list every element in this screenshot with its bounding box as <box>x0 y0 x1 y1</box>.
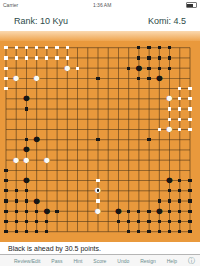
info-icon[interactable]: ⓘ <box>188 257 195 264</box>
board-point-10-5[interactable] <box>93 83 103 93</box>
board-point-14-10[interactable] <box>134 135 144 145</box>
board-point-8-12[interactable] <box>72 155 82 165</box>
board-point-9-3[interactable] <box>83 63 93 73</box>
board-point-4-5[interactable] <box>32 83 42 93</box>
board-point-6-5[interactable] <box>52 83 62 93</box>
board-point-17-4[interactable] <box>164 73 174 83</box>
board-point-15-13[interactable] <box>144 165 154 175</box>
board-point-18-9[interactable] <box>175 124 185 134</box>
board-point-1-8[interactable] <box>1 114 11 124</box>
board-point-16-10[interactable] <box>154 135 164 145</box>
board-point-14-19[interactable] <box>134 227 144 237</box>
board-point-2-16[interactable] <box>11 196 21 206</box>
board-point-1-5[interactable] <box>1 83 11 93</box>
board-point-5-19[interactable] <box>42 227 52 237</box>
board-point-11-19[interactable] <box>103 227 113 237</box>
board-point-9-13[interactable] <box>83 165 93 175</box>
board-point-10-18[interactable] <box>93 216 103 226</box>
board-point-15-14[interactable] <box>144 175 154 185</box>
board-point-3-7[interactable] <box>21 104 31 114</box>
board-point-19-8[interactable] <box>185 114 195 124</box>
board-point-7-18[interactable] <box>62 216 72 226</box>
board-point-4-1[interactable] <box>32 43 42 53</box>
board-point-14-6[interactable] <box>134 94 144 104</box>
board-point-3-14[interactable]: ● <box>21 175 31 185</box>
board-point-16-6[interactable] <box>154 94 164 104</box>
board-point-15-6[interactable] <box>144 94 154 104</box>
board-point-12-15[interactable] <box>113 186 123 196</box>
board-point-16-8[interactable] <box>154 114 164 124</box>
board-point-5-17[interactable]: ● <box>42 206 52 216</box>
board-point-4-13[interactable] <box>32 165 42 175</box>
board-point-16-18[interactable] <box>154 216 164 226</box>
board-point-8-5[interactable] <box>72 83 82 93</box>
board-point-6-9[interactable] <box>52 124 62 134</box>
board-point-2-12[interactable]: ● <box>11 155 21 165</box>
board-point-11-18[interactable] <box>103 216 113 226</box>
board-point-5-10[interactable] <box>42 135 52 145</box>
board-point-15-7[interactable] <box>144 104 154 114</box>
board-point-11-5[interactable] <box>103 83 113 93</box>
board-point-11-4[interactable] <box>103 73 113 83</box>
board-point-17-19[interactable] <box>164 227 174 237</box>
board-point-15-4[interactable] <box>144 73 154 83</box>
board-point-10-17[interactable]: ● <box>93 206 103 216</box>
board-point-13-16[interactable] <box>124 196 134 206</box>
board-point-9-9[interactable] <box>83 124 93 134</box>
board-point-3-6[interactable]: ● <box>21 94 31 104</box>
board-point-13-7[interactable] <box>124 104 134 114</box>
board-point-10-9[interactable] <box>93 124 103 134</box>
board-point-13-4[interactable] <box>124 73 134 83</box>
board-point-15-3[interactable] <box>144 63 154 73</box>
board-point-1-14[interactable] <box>1 175 11 185</box>
board-point-7-19[interactable] <box>62 227 72 237</box>
board-point-9-6[interactable] <box>83 94 93 104</box>
board-point-2-1[interactable] <box>11 43 21 53</box>
toolbar-button-score[interactable]: Score <box>93 258 106 264</box>
board-point-4-4[interactable]: ● <box>32 73 42 83</box>
board-point-1-3[interactable] <box>1 63 11 73</box>
board-point-18-15[interactable] <box>175 186 185 196</box>
board-point-8-8[interactable] <box>72 114 82 124</box>
board-point-1-19[interactable] <box>1 227 11 237</box>
board-point-14-9[interactable] <box>134 124 144 134</box>
board-point-9-4[interactable] <box>83 73 93 83</box>
board-point-5-7[interactable] <box>42 104 52 114</box>
board-point-9-14[interactable] <box>83 175 93 185</box>
board-point-3-4[interactable] <box>21 73 31 83</box>
board-point-9-2[interactable] <box>83 53 93 63</box>
board-point-12-19[interactable] <box>113 227 123 237</box>
board-point-16-12[interactable] <box>154 155 164 165</box>
board-point-4-14[interactable] <box>32 175 42 185</box>
board-point-7-13[interactable] <box>62 165 72 175</box>
board-point-12-8[interactable] <box>113 114 123 124</box>
board-point-14-8[interactable] <box>134 114 144 124</box>
board-point-3-12[interactable]: ● <box>21 155 31 165</box>
board-point-5-15[interactable] <box>42 186 52 196</box>
board-point-3-19[interactable] <box>21 227 31 237</box>
board-point-1-7[interactable] <box>1 104 11 114</box>
board-point-1-13[interactable] <box>1 165 11 175</box>
board-point-11-14[interactable] <box>103 175 113 185</box>
board-point-3-15[interactable] <box>21 186 31 196</box>
board-point-9-19[interactable] <box>83 227 93 237</box>
board-point-5-14[interactable] <box>42 175 52 185</box>
board-point-13-19[interactable] <box>124 227 134 237</box>
board-point-14-1[interactable] <box>134 43 144 53</box>
board-point-12-1[interactable] <box>113 43 123 53</box>
board-point-1-2[interactable] <box>1 53 11 63</box>
board-point-7-6[interactable] <box>62 94 72 104</box>
board-point-8-17[interactable] <box>72 206 82 216</box>
board-point-7-5[interactable] <box>62 83 72 93</box>
board-point-4-11[interactable] <box>32 145 42 155</box>
board-point-17-10[interactable] <box>164 135 174 145</box>
board-point-10-12[interactable] <box>93 155 103 165</box>
board-point-19-1[interactable] <box>185 43 195 53</box>
board-point-3-18[interactable] <box>21 216 31 226</box>
board-point-9-17[interactable] <box>83 206 93 216</box>
board-point-16-15[interactable] <box>154 186 164 196</box>
board-point-5-9[interactable] <box>42 124 52 134</box>
board-point-12-14[interactable] <box>113 175 123 185</box>
board-point-19-11[interactable] <box>185 145 195 155</box>
board-point-5-12[interactable]: ● <box>42 155 52 165</box>
toolbar-button-review-edit[interactable]: Review/Edit <box>14 258 40 264</box>
board-point-10-4[interactable] <box>93 73 103 83</box>
board-point-1-17[interactable] <box>1 206 11 216</box>
board-point-6-15[interactable] <box>52 186 62 196</box>
board-point-10-15[interactable]: ● <box>93 186 103 196</box>
board-point-17-17[interactable] <box>164 206 174 216</box>
board-point-13-2[interactable] <box>124 53 134 63</box>
board-point-15-11[interactable] <box>144 145 154 155</box>
board-point-13-9[interactable] <box>124 124 134 134</box>
board-point-5-8[interactable] <box>42 114 52 124</box>
board-point-13-1[interactable] <box>124 43 134 53</box>
board-point-3-8[interactable] <box>21 114 31 124</box>
board-point-2-8[interactable] <box>11 114 21 124</box>
board-point-2-7[interactable] <box>11 104 21 114</box>
board-point-11-11[interactable] <box>103 145 113 155</box>
board-point-1-10[interactable] <box>1 135 11 145</box>
board-point-14-12[interactable] <box>134 155 144 165</box>
board-point-19-17[interactable] <box>185 206 195 216</box>
board-point-11-12[interactable] <box>103 155 113 165</box>
board-point-7-7[interactable] <box>62 104 72 114</box>
board-point-19-12[interactable] <box>185 155 195 165</box>
board-point-15-16[interactable] <box>144 196 154 206</box>
board-point-16-4[interactable]: ● <box>154 73 164 83</box>
board-point-2-17[interactable] <box>11 206 21 216</box>
board-point-12-5[interactable] <box>113 83 123 93</box>
board-point-5-18[interactable] <box>42 216 52 226</box>
board-point-10-7[interactable] <box>93 104 103 114</box>
board-point-11-2[interactable] <box>103 53 113 63</box>
board-point-19-2[interactable] <box>185 53 195 63</box>
board-point-6-4[interactable] <box>52 73 62 83</box>
board-point-8-11[interactable] <box>72 145 82 155</box>
board-point-19-9[interactable] <box>185 124 195 134</box>
board-point-13-3[interactable] <box>124 63 134 73</box>
board-point-7-14[interactable] <box>62 175 72 185</box>
board-point-11-7[interactable] <box>103 104 113 114</box>
board-point-1-15[interactable] <box>1 186 11 196</box>
board-point-6-1[interactable] <box>52 43 62 53</box>
board-point-2-9[interactable] <box>11 124 21 134</box>
board-point-4-8[interactable] <box>32 114 42 124</box>
board-point-19-16[interactable] <box>185 196 195 206</box>
board-point-4-7[interactable] <box>32 104 42 114</box>
board-point-19-13[interactable] <box>185 165 195 175</box>
board-point-2-15[interactable] <box>11 186 21 196</box>
board-point-6-19[interactable] <box>52 227 62 237</box>
board-point-6-17[interactable] <box>52 206 62 216</box>
board-point-1-18[interactable] <box>1 216 11 226</box>
board-point-3-16[interactable] <box>21 196 31 206</box>
board-point-12-9[interactable] <box>113 124 123 134</box>
board-point-18-7[interactable] <box>175 104 185 114</box>
board-point-18-11[interactable] <box>175 145 185 155</box>
board-point-9-11[interactable] <box>83 145 93 155</box>
board-point-6-7[interactable] <box>52 104 62 114</box>
board-point-13-12[interactable] <box>124 155 134 165</box>
board-point-1-1[interactable] <box>1 43 11 53</box>
board-point-17-7[interactable] <box>164 104 174 114</box>
board-point-8-3[interactable] <box>72 63 82 73</box>
board-point-12-6[interactable] <box>113 94 123 104</box>
board-point-11-13[interactable] <box>103 165 113 175</box>
board-point-19-14[interactable] <box>185 175 195 185</box>
board-point-15-9[interactable] <box>144 124 154 134</box>
board-point-2-2[interactable] <box>11 53 21 63</box>
board-point-6-6[interactable] <box>52 94 62 104</box>
toolbar-button-hint[interactable]: Hint <box>73 258 82 264</box>
board-point-15-10[interactable] <box>144 135 154 145</box>
board-point-2-10[interactable] <box>11 135 21 145</box>
board-point-13-14[interactable] <box>124 175 134 185</box>
board-point-2-19[interactable] <box>11 227 21 237</box>
board-point-11-17[interactable] <box>103 206 113 216</box>
board-point-4-6[interactable] <box>32 94 42 104</box>
board-point-12-18[interactable] <box>113 216 123 226</box>
toolbar-button-resign[interactable]: Resign <box>140 258 156 264</box>
board-point-17-12[interactable] <box>164 155 174 165</box>
board-point-16-5[interactable] <box>154 83 164 93</box>
board-point-19-7[interactable] <box>185 104 195 114</box>
board-point-7-11[interactable] <box>62 145 72 155</box>
board-point-16-9[interactable] <box>154 124 164 134</box>
board-point-2-5[interactable] <box>11 83 21 93</box>
board-point-5-3[interactable] <box>42 63 52 73</box>
board-point-10-19[interactable] <box>93 227 103 237</box>
board-point-6-12[interactable] <box>52 155 62 165</box>
board-point-10-1[interactable] <box>93 43 103 53</box>
board-point-3-1[interactable] <box>21 43 31 53</box>
board-point-13-18[interactable] <box>124 216 134 226</box>
board-point-7-9[interactable] <box>62 124 72 134</box>
board-point-2-6[interactable] <box>11 94 21 104</box>
board-point-10-2[interactable] <box>93 53 103 63</box>
toolbar-button-undo[interactable]: Undo <box>117 258 129 264</box>
board-point-13-5[interactable] <box>124 83 134 93</box>
board-point-10-13[interactable] <box>93 165 103 175</box>
board-point-19-4[interactable] <box>185 73 195 83</box>
board-point-7-16[interactable] <box>62 196 72 206</box>
board-point-12-12[interactable] <box>113 155 123 165</box>
board-point-19-6[interactable] <box>185 94 195 104</box>
board-point-8-7[interactable] <box>72 104 82 114</box>
board-point-2-4[interactable]: ● <box>11 73 21 83</box>
board-point-16-14[interactable] <box>154 175 164 185</box>
board-point-18-1[interactable] <box>175 43 185 53</box>
board-point-13-8[interactable] <box>124 114 134 124</box>
board-point-16-1[interactable] <box>154 43 164 53</box>
board-point-19-15[interactable] <box>185 186 195 196</box>
board-point-4-10[interactable]: ● <box>32 135 42 145</box>
board-point-18-2[interactable] <box>175 53 185 63</box>
board-point-15-12[interactable] <box>144 155 154 165</box>
board-point-14-15[interactable] <box>134 186 144 196</box>
board-point-16-7[interactable] <box>154 104 164 114</box>
board-point-14-3[interactable]: ● <box>134 63 144 73</box>
board-point-9-8[interactable] <box>83 114 93 124</box>
board-point-12-7[interactable] <box>113 104 123 114</box>
board-point-4-12[interactable] <box>32 155 42 165</box>
board-point-5-2[interactable] <box>42 53 52 63</box>
board-point-5-13[interactable] <box>42 165 52 175</box>
board-point-13-10[interactable] <box>124 135 134 145</box>
board-point-1-6[interactable] <box>1 94 11 104</box>
board-point-17-14[interactable]: ● <box>164 175 174 185</box>
board-point-7-12[interactable] <box>62 155 72 165</box>
board-point-17-2[interactable] <box>164 53 174 63</box>
toolbar-button-help[interactable]: Help <box>167 258 177 264</box>
board-point-17-16[interactable] <box>164 196 174 206</box>
board-point-2-14[interactable] <box>11 175 21 185</box>
board-point-18-8[interactable] <box>175 114 185 124</box>
board-point-18-14[interactable] <box>175 175 185 185</box>
board-point-9-7[interactable] <box>83 104 93 114</box>
board-point-8-4[interactable] <box>72 73 82 83</box>
board-point-15-19[interactable] <box>144 227 154 237</box>
board-point-14-5[interactable] <box>134 83 144 93</box>
board-point-10-11[interactable] <box>93 145 103 155</box>
board-point-10-8[interactable] <box>93 114 103 124</box>
board-point-15-5[interactable] <box>144 83 154 93</box>
board-point-5-4[interactable] <box>42 73 52 83</box>
board-point-9-18[interactable] <box>83 216 93 226</box>
board-point-4-17[interactable] <box>32 206 42 216</box>
board-point-8-14[interactable] <box>72 175 82 185</box>
board-point-12-3[interactable] <box>113 63 123 73</box>
board-point-18-10[interactable] <box>175 135 185 145</box>
board-point-8-13[interactable] <box>72 165 82 175</box>
board-point-12-2[interactable] <box>113 53 123 63</box>
board-point-14-14[interactable] <box>134 175 144 185</box>
board-point-7-3[interactable]: ● <box>62 63 72 73</box>
board-point-18-16[interactable] <box>175 196 185 206</box>
board-point-18-3[interactable] <box>175 63 185 73</box>
board-point-18-4[interactable] <box>175 73 185 83</box>
board-point-8-18[interactable] <box>72 216 82 226</box>
board-point-12-13[interactable] <box>113 165 123 175</box>
board-point-9-5[interactable] <box>83 83 93 93</box>
board-point-6-3[interactable] <box>52 63 62 73</box>
board-point-14-18[interactable] <box>134 216 144 226</box>
board-point-4-16[interactable]: ● <box>32 196 42 206</box>
board-point-9-16[interactable] <box>83 196 93 206</box>
board-point-16-13[interactable] <box>154 165 164 175</box>
board-point-16-11[interactable] <box>154 145 164 155</box>
board-point-6-13[interactable] <box>52 165 62 175</box>
board-point-17-3[interactable] <box>164 63 174 73</box>
board-point-7-1[interactable] <box>62 43 72 53</box>
board-point-1-12[interactable] <box>1 155 11 165</box>
board-point-4-2[interactable] <box>32 53 42 63</box>
board-point-18-5[interactable] <box>175 83 185 93</box>
board-point-17-18[interactable] <box>164 216 174 226</box>
board-point-7-4[interactable] <box>62 73 72 83</box>
board-point-1-9[interactable] <box>1 124 11 134</box>
board-point-7-10[interactable] <box>62 135 72 145</box>
board-point-18-18[interactable] <box>175 216 185 226</box>
board-point-15-8[interactable] <box>144 114 154 124</box>
board-point-8-10[interactable] <box>72 135 82 145</box>
board-point-12-4[interactable] <box>113 73 123 83</box>
board-point-19-10[interactable] <box>185 135 195 145</box>
board-point-6-18[interactable] <box>52 216 62 226</box>
board-point-13-15[interactable] <box>124 186 134 196</box>
board-point-8-1[interactable] <box>72 43 82 53</box>
board-point-17-9[interactable]: ● <box>164 124 174 134</box>
board-point-3-9[interactable] <box>21 124 31 134</box>
board-point-16-2[interactable] <box>154 53 164 63</box>
board-point-5-1[interactable] <box>42 43 52 53</box>
board-point-8-9[interactable] <box>72 124 82 134</box>
board-point-8-6[interactable] <box>72 94 82 104</box>
board-point-10-3[interactable] <box>93 63 103 73</box>
board-point-18-6[interactable] <box>175 94 185 104</box>
board-point-7-15[interactable] <box>62 186 72 196</box>
go-board[interactable]: ●●●●●●●●●●●●●●●●●●●●● <box>0 41 200 242</box>
board-point-14-16[interactable] <box>134 196 144 206</box>
board-point-14-11[interactable] <box>134 145 144 155</box>
board-point-14-4[interactable] <box>134 73 144 83</box>
board-point-7-8[interactable] <box>62 114 72 124</box>
board-point-19-3[interactable] <box>185 63 195 73</box>
board-point-19-5[interactable] <box>185 83 195 93</box>
board-point-5-6[interactable] <box>42 94 52 104</box>
board-point-15-18[interactable] <box>144 216 154 226</box>
board-point-19-18[interactable] <box>185 216 195 226</box>
board-point-4-18[interactable] <box>32 216 42 226</box>
board-point-9-1[interactable] <box>83 43 93 53</box>
board-point-12-11[interactable] <box>113 145 123 155</box>
board-point-11-10[interactable] <box>103 135 113 145</box>
board-point-17-1[interactable] <box>164 43 174 53</box>
board-point-9-12[interactable] <box>83 155 93 165</box>
board-point-3-17[interactable] <box>21 206 31 216</box>
board-point-17-15[interactable] <box>164 186 174 196</box>
board-point-9-15[interactable] <box>83 186 93 196</box>
board-point-12-17[interactable]: ● <box>113 206 123 216</box>
board-point-19-19[interactable] <box>185 227 195 237</box>
board-point-18-17[interactable] <box>175 206 185 216</box>
board-point-11-8[interactable] <box>103 114 113 124</box>
